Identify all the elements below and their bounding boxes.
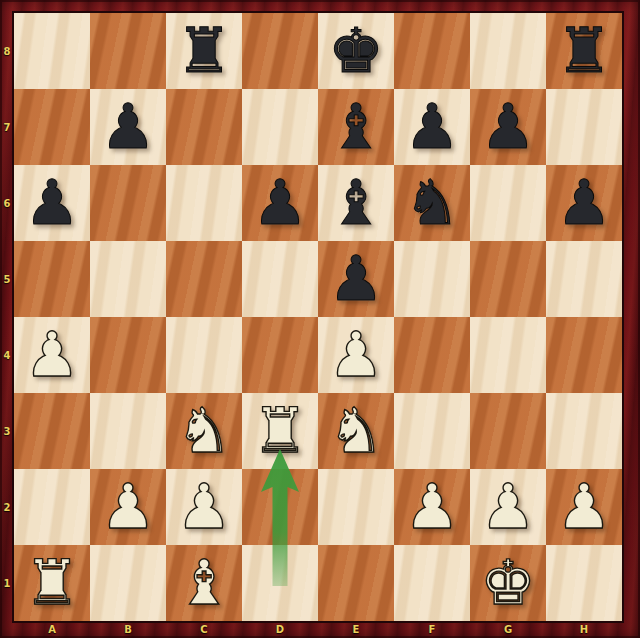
square-e2[interactable] [318, 469, 394, 545]
square-d3[interactable]: ♜ [242, 393, 318, 469]
file-label-e: E [318, 621, 394, 638]
rank-label-3: 3 [0, 393, 14, 469]
square-a7[interactable] [14, 89, 90, 165]
rank-label-4: 4 [0, 317, 14, 393]
square-a2[interactable] [14, 469, 90, 545]
square-a8[interactable] [14, 13, 90, 89]
file-label-a: A [14, 621, 90, 638]
file-label-d: D [242, 621, 318, 638]
piece-white-pawn[interactable]: ♟ [100, 469, 156, 545]
piece-black-bishop[interactable]: ♝ [328, 165, 384, 241]
square-d1[interactable] [242, 545, 318, 621]
square-h5[interactable] [546, 241, 622, 317]
square-a3[interactable] [14, 393, 90, 469]
rank-label-5: 5 [0, 241, 14, 317]
piece-black-pawn[interactable]: ♟ [24, 165, 80, 241]
square-a4[interactable]: ♟ [14, 317, 90, 393]
square-f8[interactable] [394, 13, 470, 89]
square-e4[interactable]: ♟ [318, 317, 394, 393]
square-e3[interactable]: ♞ [318, 393, 394, 469]
square-c6[interactable] [166, 165, 242, 241]
file-label-b: B [90, 621, 166, 638]
square-c7[interactable] [166, 89, 242, 165]
rank-label-2: 2 [0, 469, 14, 545]
piece-white-king[interactable]: ♚ [480, 545, 536, 621]
piece-white-pawn[interactable]: ♟ [556, 469, 612, 545]
square-h3[interactable] [546, 393, 622, 469]
square-f5[interactable] [394, 241, 470, 317]
square-e1[interactable] [318, 545, 394, 621]
square-h7[interactable] [546, 89, 622, 165]
square-h8[interactable]: ♜ [546, 13, 622, 89]
piece-white-bishop[interactable]: ♝ [176, 545, 232, 621]
piece-black-pawn[interactable]: ♟ [556, 165, 612, 241]
piece-black-bishop[interactable]: ♝ [328, 89, 384, 165]
square-b7[interactable]: ♟ [90, 89, 166, 165]
square-b5[interactable] [90, 241, 166, 317]
square-c2[interactable]: ♟ [166, 469, 242, 545]
rank-label-6: 6 [0, 165, 14, 241]
file-label-g: G [470, 621, 546, 638]
rank-labels: 87654321 [0, 13, 14, 621]
square-a6[interactable]: ♟ [14, 165, 90, 241]
square-a1[interactable]: ♜ [14, 545, 90, 621]
rank-label-8: 8 [0, 13, 14, 89]
square-b3[interactable] [90, 393, 166, 469]
piece-white-pawn[interactable]: ♟ [176, 469, 232, 545]
piece-white-pawn[interactable]: ♟ [480, 469, 536, 545]
piece-black-pawn[interactable]: ♟ [328, 241, 384, 317]
square-a5[interactable] [14, 241, 90, 317]
square-g6[interactable] [470, 165, 546, 241]
square-c3[interactable]: ♞ [166, 393, 242, 469]
piece-white-knight[interactable]: ♞ [328, 393, 384, 469]
piece-black-pawn[interactable]: ♟ [404, 89, 460, 165]
square-c8[interactable]: ♜ [166, 13, 242, 89]
square-d7[interactable] [242, 89, 318, 165]
square-e6[interactable]: ♝ [318, 165, 394, 241]
square-d4[interactable] [242, 317, 318, 393]
piece-white-pawn[interactable]: ♟ [24, 317, 80, 393]
piece-black-king[interactable]: ♚ [328, 13, 384, 89]
piece-black-pawn[interactable]: ♟ [100, 89, 156, 165]
square-f6[interactable]: ♞ [394, 165, 470, 241]
file-label-f: F [394, 621, 470, 638]
square-g2[interactable]: ♟ [470, 469, 546, 545]
chess-board[interactable]: ♜♚♜♟♝♟♟♟♟♝♞♟♟♟♟♞♜♞♟♟♟♟♟♜♝♚ [14, 13, 622, 621]
square-e5[interactable]: ♟ [318, 241, 394, 317]
square-f1[interactable] [394, 545, 470, 621]
piece-white-pawn[interactable]: ♟ [404, 469, 460, 545]
square-h4[interactable] [546, 317, 622, 393]
square-h2[interactable]: ♟ [546, 469, 622, 545]
file-labels: ABCDEFGH [14, 621, 622, 638]
square-c5[interactable] [166, 241, 242, 317]
square-f7[interactable]: ♟ [394, 89, 470, 165]
piece-white-pawn[interactable]: ♟ [328, 317, 384, 393]
square-g1[interactable]: ♚ [470, 545, 546, 621]
file-label-h: H [546, 621, 622, 638]
square-c1[interactable]: ♝ [166, 545, 242, 621]
piece-black-pawn[interactable]: ♟ [480, 89, 536, 165]
square-f4[interactable] [394, 317, 470, 393]
square-c4[interactable] [166, 317, 242, 393]
piece-black-rook[interactable]: ♜ [176, 13, 232, 89]
square-e7[interactable]: ♝ [318, 89, 394, 165]
square-e8[interactable]: ♚ [318, 13, 394, 89]
square-f3[interactable] [394, 393, 470, 469]
piece-black-rook[interactable]: ♜ [556, 13, 612, 89]
square-d6[interactable]: ♟ [242, 165, 318, 241]
piece-black-knight[interactable]: ♞ [404, 165, 460, 241]
square-d2[interactable] [242, 469, 318, 545]
file-label-c: C [166, 621, 242, 638]
piece-white-knight[interactable]: ♞ [176, 393, 232, 469]
square-b1[interactable] [90, 545, 166, 621]
square-g4[interactable] [470, 317, 546, 393]
piece-white-rook[interactable]: ♜ [252, 393, 308, 469]
piece-white-rook[interactable]: ♜ [24, 545, 80, 621]
square-h6[interactable]: ♟ [546, 165, 622, 241]
rank-label-7: 7 [0, 89, 14, 165]
square-b6[interactable] [90, 165, 166, 241]
square-g5[interactable] [470, 241, 546, 317]
square-b2[interactable]: ♟ [90, 469, 166, 545]
square-g3[interactable] [470, 393, 546, 469]
square-g7[interactable]: ♟ [470, 89, 546, 165]
square-d5[interactable] [242, 241, 318, 317]
square-h1[interactable] [546, 545, 622, 621]
square-d8[interactable] [242, 13, 318, 89]
square-b4[interactable] [90, 317, 166, 393]
square-f2[interactable]: ♟ [394, 469, 470, 545]
square-g8[interactable] [470, 13, 546, 89]
square-b8[interactable] [90, 13, 166, 89]
piece-black-pawn[interactable]: ♟ [252, 165, 308, 241]
rank-label-1: 1 [0, 545, 14, 621]
